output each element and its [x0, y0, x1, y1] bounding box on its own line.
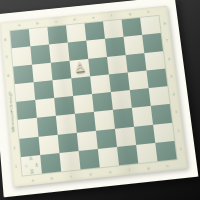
- square-h3[interactable]: [151, 104, 172, 124]
- file-label-f: f: [107, 13, 117, 18]
- square-h1[interactable]: [155, 141, 176, 162]
- square-f8[interactable]: [103, 20, 124, 39]
- square-d5[interactable]: [71, 76, 92, 96]
- square-b6[interactable]: [32, 62, 52, 82]
- square-f2[interactable]: [115, 126, 136, 146]
- square-h7[interactable]: [142, 33, 163, 52]
- rank-label-2: 2: [176, 126, 182, 136]
- file-label-e: e: [105, 169, 116, 175]
- file-label-h: h: [144, 9, 154, 14]
- square-d4[interactable]: [73, 94, 94, 114]
- logo-piece-icon: ♘: [24, 163, 29, 169]
- square-a7[interactable]: [12, 47, 32, 67]
- logo-piece-icon: ♖: [29, 169, 34, 175]
- file-label-a: a: [14, 22, 24, 27]
- square-d2[interactable]: [77, 130, 98, 150]
- square-e1[interactable]: [98, 147, 119, 168]
- square-c2[interactable]: [58, 132, 79, 152]
- square-f7[interactable]: [105, 37, 126, 56]
- rank-label-7: 7: [164, 37, 170, 47]
- square-a8[interactable]: [10, 29, 30, 48]
- square-a2[interactable]: [19, 136, 40, 157]
- file-label-c: c: [51, 18, 61, 23]
- square-g6[interactable]: [126, 53, 147, 73]
- file-label-g: g: [125, 11, 135, 16]
- board-tilt-wrapper: ♙♙♘♗♖ abcdefgh abcdefgh 87654321 8765432…: [0, 6, 188, 187]
- square-a5[interactable]: [15, 82, 36, 102]
- corner-diamond-logo: ♙♘♗♖: [23, 156, 40, 175]
- square-d3[interactable]: [75, 112, 96, 132]
- square-a4[interactable]: [16, 100, 37, 120]
- square-f3[interactable]: [113, 108, 134, 128]
- rank-label-7: 7: [4, 53, 9, 63]
- square-d1[interactable]: [79, 149, 100, 170]
- rank-label-6: 6: [6, 71, 11, 81]
- board-grid: ♙♙♘♗♖: [10, 16, 176, 176]
- logo-piece-icon: ♗: [34, 162, 39, 168]
- photo-scene: ♙♙♘♗♖ abcdefgh abcdefgh 87654321 8765432…: [0, 0, 200, 200]
- square-c4[interactable]: [54, 96, 75, 116]
- square-g7[interactable]: [124, 35, 145, 54]
- square-h2[interactable]: [153, 122, 174, 142]
- square-g4[interactable]: [130, 88, 151, 108]
- square-b1[interactable]: [40, 153, 61, 174]
- file-label-c: c: [66, 173, 77, 179]
- square-e8[interactable]: [85, 22, 105, 41]
- square-c6[interactable]: [51, 60, 72, 80]
- square-d6[interactable]: ♙: [69, 58, 90, 78]
- file-label-d: d: [85, 171, 96, 177]
- square-f6[interactable]: [107, 55, 128, 75]
- square-d7[interactable]: [68, 41, 88, 60]
- square-g1[interactable]: [136, 143, 157, 164]
- square-a3[interactable]: [18, 118, 39, 138]
- square-c7[interactable]: [49, 43, 69, 62]
- square-e3[interactable]: [94, 110, 115, 130]
- rank-label-8: 8: [3, 36, 8, 46]
- square-b2[interactable]: [39, 134, 60, 154]
- square-g2[interactable]: [134, 124, 155, 144]
- square-f5[interactable]: [109, 72, 130, 92]
- square-e6[interactable]: [88, 56, 109, 76]
- square-c1[interactable]: [59, 151, 80, 172]
- file-label-a: a: [27, 177, 37, 183]
- rank-label-3: 3: [173, 108, 179, 118]
- square-g3[interactable]: [132, 106, 153, 126]
- logo-piece-icon: ♙: [28, 156, 33, 162]
- file-label-b: b: [47, 175, 58, 181]
- file-label-e: e: [88, 15, 98, 20]
- square-f4[interactable]: [111, 90, 132, 110]
- square-g5[interactable]: [128, 70, 149, 90]
- rank-label-2: 2: [12, 143, 18, 153]
- square-e5[interactable]: [90, 74, 111, 94]
- file-label-b: b: [33, 20, 43, 25]
- square-b5[interactable]: [34, 80, 55, 100]
- square-g8[interactable]: [122, 18, 143, 37]
- square-b7[interactable]: [30, 45, 50, 65]
- square-e2[interactable]: [96, 128, 117, 148]
- rank-label-6: 6: [167, 54, 173, 64]
- file-label-d: d: [70, 17, 80, 22]
- square-h8[interactable]: [140, 16, 161, 35]
- square-a6[interactable]: [13, 64, 33, 84]
- file-label-h: h: [162, 163, 173, 169]
- square-b3[interactable]: [37, 116, 58, 136]
- square-b4[interactable]: [35, 98, 56, 118]
- white-pawn[interactable]: ♙: [73, 60, 86, 74]
- square-c3[interactable]: [56, 114, 77, 134]
- square-h5[interactable]: [146, 68, 167, 88]
- square-e7[interactable]: [86, 39, 107, 58]
- square-d8[interactable]: [66, 23, 86, 42]
- square-b8[interactable]: [29, 27, 49, 46]
- square-h6[interactable]: [144, 51, 165, 71]
- rank-label-4: 4: [171, 90, 177, 100]
- vinyl-chess-mat: ♙♙♘♗♖ abcdefgh abcdefgh 87654321 8765432…: [0, 6, 188, 187]
- rank-label-5: 5: [169, 72, 175, 82]
- square-e4[interactable]: [92, 92, 113, 112]
- square-c5[interactable]: [52, 78, 73, 98]
- rank-label-1: 1: [13, 162, 19, 172]
- square-a1[interactable]: ♙♘♗♖: [21, 155, 42, 176]
- rank-label-1: 1: [178, 144, 184, 154]
- square-c8[interactable]: [47, 25, 67, 44]
- file-label-f: f: [124, 167, 135, 173]
- file-label-g: g: [143, 165, 154, 171]
- rank-label-8: 8: [162, 19, 168, 28]
- square-f1[interactable]: [117, 145, 138, 166]
- square-h4[interactable]: [149, 86, 170, 106]
